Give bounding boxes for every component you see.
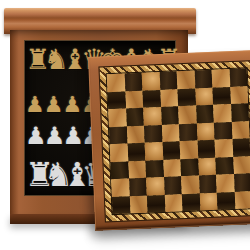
case-slot: ♞ xyxy=(44,157,63,193)
square-c7 xyxy=(142,90,160,108)
square-e4 xyxy=(180,141,198,159)
square-e1 xyxy=(182,193,200,211)
chess-set-product-photo: ♜♞♝♛♚♝♞♜ ♟♟♟♟♟♟♟♟ ♟♟♟♟♟♟♟♟ ♜♞♝♛♚♝♞♜ xyxy=(0,0,250,250)
square-d1 xyxy=(164,194,182,212)
square-h5 xyxy=(231,121,249,139)
square-e7 xyxy=(177,88,195,106)
square-a7 xyxy=(107,91,125,109)
case-piece-gold-pawn: ♟ xyxy=(25,93,45,117)
square-b1 xyxy=(129,195,147,213)
square-c6 xyxy=(143,107,161,125)
square-f1 xyxy=(199,192,217,210)
square-e2 xyxy=(181,175,199,193)
square-e6 xyxy=(178,106,196,124)
square-g8 xyxy=(212,69,230,87)
case-slot: ♟ xyxy=(44,123,63,149)
square-g1 xyxy=(217,191,235,209)
case-slot: ♟ xyxy=(44,93,63,117)
square-c2 xyxy=(146,177,164,195)
square-b4 xyxy=(127,143,145,161)
case-slot: ♟ xyxy=(25,123,44,149)
square-b3 xyxy=(128,160,146,178)
square-h3 xyxy=(233,156,250,174)
square-f6 xyxy=(196,105,214,123)
board-squares xyxy=(106,67,250,215)
square-h1 xyxy=(234,191,250,209)
square-d4 xyxy=(162,141,180,159)
square-f4 xyxy=(197,140,215,158)
square-f7 xyxy=(195,87,213,105)
square-f3 xyxy=(198,157,216,175)
square-e3 xyxy=(180,158,198,176)
case-slot: ♟ xyxy=(25,93,44,117)
square-g4 xyxy=(215,139,233,157)
case-piece-gold-pawn: ♟ xyxy=(44,93,64,117)
square-b8 xyxy=(124,73,142,91)
square-b2 xyxy=(129,178,147,196)
square-a2 xyxy=(111,178,129,196)
square-c1 xyxy=(147,194,165,212)
square-c5 xyxy=(144,124,162,142)
square-h2 xyxy=(234,173,250,191)
case-slot: ♟ xyxy=(63,93,82,117)
case-slot: ♜ xyxy=(25,45,44,75)
square-h6 xyxy=(231,103,249,121)
square-g2 xyxy=(216,174,234,192)
square-h8 xyxy=(229,68,247,86)
case-slot: ♝ xyxy=(63,157,82,193)
square-a1 xyxy=(112,196,130,214)
case-slot: ♟ xyxy=(63,123,82,149)
board-inlay-border xyxy=(98,60,250,222)
square-d7 xyxy=(160,89,178,107)
square-a4 xyxy=(110,143,128,161)
case-piece-gold-pawn: ♟ xyxy=(63,93,83,117)
square-f2 xyxy=(199,175,217,193)
square-c8 xyxy=(142,72,160,90)
square-b7 xyxy=(125,90,143,108)
square-a3 xyxy=(110,161,128,179)
chessboard xyxy=(88,50,250,231)
square-d6 xyxy=(161,106,179,124)
square-g5 xyxy=(214,122,232,140)
square-a5 xyxy=(109,126,127,144)
case-slot: ♜ xyxy=(25,157,44,193)
square-f5 xyxy=(196,122,214,140)
square-g3 xyxy=(215,157,233,175)
case-slot: ♝ xyxy=(63,45,82,75)
square-e5 xyxy=(179,123,197,141)
square-d8 xyxy=(159,71,177,89)
square-g6 xyxy=(213,104,231,122)
square-c4 xyxy=(145,142,163,160)
square-h4 xyxy=(232,138,250,156)
square-d2 xyxy=(164,176,182,194)
square-a6 xyxy=(108,108,126,126)
square-b5 xyxy=(126,125,144,143)
square-h7 xyxy=(230,86,248,104)
square-c3 xyxy=(145,159,163,177)
case-slot: ♞ xyxy=(44,45,63,75)
square-d5 xyxy=(161,124,179,142)
square-g7 xyxy=(212,87,230,105)
square-b6 xyxy=(126,108,144,126)
square-e8 xyxy=(177,71,195,89)
square-f8 xyxy=(194,70,212,88)
square-d3 xyxy=(163,159,181,177)
square-a8 xyxy=(107,73,125,91)
